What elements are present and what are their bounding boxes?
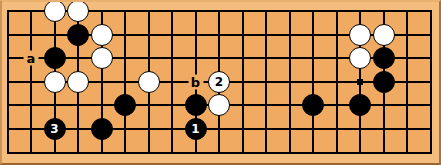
intersection-c12-r6 <box>254 117 278 141</box>
intersection-c1-r3 <box>0 46 19 70</box>
black-stone <box>114 94 136 116</box>
intersection-c16-r7 <box>348 141 372 165</box>
white-stone <box>138 71 160 93</box>
point-label-a: a <box>24 51 39 66</box>
intersection-c14-r1 <box>301 0 325 23</box>
intersection-c10-r5 <box>207 94 231 118</box>
intersection-c19-r7 <box>419 141 441 165</box>
white-stone <box>44 0 66 22</box>
intersection-c13-r6 <box>278 117 302 141</box>
intersection-c13-r1 <box>278 0 302 23</box>
intersection-c1-r2 <box>0 23 19 47</box>
intersection-c19-r1 <box>419 0 441 23</box>
intersection-c12-r7 <box>254 141 278 165</box>
intersection-c11-r2 <box>231 23 255 47</box>
intersection-c16-r5 <box>348 94 372 118</box>
intersection-c11-r1 <box>231 0 255 23</box>
intersection-c3-r3 <box>43 46 67 70</box>
black-stone-move-3: 3 <box>44 118 66 140</box>
go-board-diagram: ab231 <box>0 0 441 165</box>
go-board-grid: ab231 <box>0 0 441 164</box>
black-stone <box>349 94 371 116</box>
intersection-c11-r6 <box>231 117 255 141</box>
intersection-c15-r6 <box>325 117 349 141</box>
intersection-c8-r7 <box>160 141 184 165</box>
white-stone <box>67 0 89 22</box>
intersection-c1-r4 <box>0 70 19 94</box>
intersection-c4-r1 <box>66 0 90 23</box>
intersection-c7-r3 <box>137 46 161 70</box>
intersection-c7-r5 <box>137 94 161 118</box>
black-stone <box>302 94 324 116</box>
intersection-c14-r6 <box>301 117 325 141</box>
intersection-c4-r5 <box>66 94 90 118</box>
intersection-c7-r1 <box>137 0 161 23</box>
intersection-c7-r7 <box>137 141 161 165</box>
intersection-c10-r3 <box>207 46 231 70</box>
black-stone <box>44 47 66 69</box>
intersection-c9-r4: b <box>184 70 208 94</box>
intersection-c6-r4 <box>113 70 137 94</box>
black-stone <box>373 71 395 93</box>
intersection-c14-r3 <box>301 46 325 70</box>
white-stone <box>208 94 230 116</box>
intersection-c2-r1 <box>19 0 43 23</box>
intersection-c19-r5 <box>419 94 441 118</box>
intersection-c18-r2 <box>395 23 419 47</box>
intersection-c10-r2 <box>207 23 231 47</box>
intersection-c14-r4 <box>301 70 325 94</box>
intersection-c15-r2 <box>325 23 349 47</box>
intersection-c10-r6 <box>207 117 231 141</box>
intersection-c13-r5 <box>278 94 302 118</box>
intersection-c3-r6: 3 <box>43 117 67 141</box>
intersection-c6-r2 <box>113 23 137 47</box>
white-stone <box>349 47 371 69</box>
star-point-marker <box>357 79 363 85</box>
intersection-c18-r6 <box>395 117 419 141</box>
intersection-c2-r5 <box>19 94 43 118</box>
intersection-c9-r7 <box>184 141 208 165</box>
intersection-c9-r6: 1 <box>184 117 208 141</box>
intersection-c10-r1 <box>207 0 231 23</box>
white-stone <box>91 24 113 46</box>
intersection-c3-r2 <box>43 23 67 47</box>
intersection-c16-r3 <box>348 46 372 70</box>
intersection-c13-r2 <box>278 23 302 47</box>
intersection-c4-r2 <box>66 23 90 47</box>
intersection-c6-r5 <box>113 94 137 118</box>
intersection-c17-r3 <box>372 46 396 70</box>
intersection-c10-r4: 2 <box>207 70 231 94</box>
intersection-c8-r4 <box>160 70 184 94</box>
intersection-c5-r5 <box>90 94 114 118</box>
intersection-c2-r3: a <box>19 46 43 70</box>
intersection-c18-r5 <box>395 94 419 118</box>
intersection-c16-r2 <box>348 23 372 47</box>
intersection-c16-r6 <box>348 117 372 141</box>
intersection-c17-r7 <box>372 141 396 165</box>
intersection-c17-r6 <box>372 117 396 141</box>
intersection-c12-r3 <box>254 46 278 70</box>
white-stone <box>67 71 89 93</box>
intersection-c18-r7 <box>395 141 419 165</box>
intersection-c8-r6 <box>160 117 184 141</box>
black-stone <box>373 47 395 69</box>
intersection-c5-r7 <box>90 141 114 165</box>
black-stone <box>185 94 207 116</box>
white-stone-move-2: 2 <box>208 71 230 93</box>
intersection-c3-r4 <box>43 70 67 94</box>
intersection-c19-r4 <box>419 70 441 94</box>
intersection-c14-r5 <box>301 94 325 118</box>
intersection-c3-r7 <box>43 141 67 165</box>
intersection-c7-r4 <box>137 70 161 94</box>
intersection-c6-r3 <box>113 46 137 70</box>
intersection-c1-r1 <box>0 0 19 23</box>
intersection-c1-r5 <box>0 94 19 118</box>
intersection-c2-r2 <box>19 23 43 47</box>
black-stone <box>91 118 113 140</box>
intersection-c5-r4 <box>90 70 114 94</box>
intersection-c17-r4 <box>372 70 396 94</box>
intersection-c8-r3 <box>160 46 184 70</box>
intersection-c15-r7 <box>325 141 349 165</box>
intersection-c11-r4 <box>231 70 255 94</box>
white-stone <box>91 47 113 69</box>
intersection-c16-r4 <box>348 70 372 94</box>
intersection-c4-r4 <box>66 70 90 94</box>
intersection-c19-r3 <box>419 46 441 70</box>
intersection-c3-r1 <box>43 0 67 23</box>
intersection-c13-r3 <box>278 46 302 70</box>
intersection-c15-r5 <box>325 94 349 118</box>
intersection-c12-r2 <box>254 23 278 47</box>
intersection-c15-r3 <box>325 46 349 70</box>
intersection-c12-r1 <box>254 0 278 23</box>
white-stone <box>44 71 66 93</box>
black-stone <box>67 24 89 46</box>
intersection-c7-r2 <box>137 23 161 47</box>
intersection-c4-r3 <box>66 46 90 70</box>
intersection-c2-r4 <box>19 70 43 94</box>
intersection-c1-r7 <box>0 141 19 165</box>
intersection-c6-r7 <box>113 141 137 165</box>
intersection-c13-r4 <box>278 70 302 94</box>
intersection-c5-r2 <box>90 23 114 47</box>
intersection-c15-r4 <box>325 70 349 94</box>
intersection-c18-r1 <box>395 0 419 23</box>
intersection-c2-r6 <box>19 117 43 141</box>
intersection-c7-r6 <box>137 117 161 141</box>
intersection-c1-r6 <box>0 117 19 141</box>
intersection-c13-r7 <box>278 141 302 165</box>
black-stone-move-1: 1 <box>185 118 207 140</box>
intersection-c11-r7 <box>231 141 255 165</box>
intersection-c17-r1 <box>372 0 396 23</box>
intersection-c9-r2 <box>184 23 208 47</box>
intersection-c9-r5 <box>184 94 208 118</box>
intersection-c16-r1 <box>348 0 372 23</box>
intersection-c18-r3 <box>395 46 419 70</box>
intersection-c9-r1 <box>184 0 208 23</box>
intersection-c10-r7 <box>207 141 231 165</box>
intersection-c17-r5 <box>372 94 396 118</box>
intersection-c15-r1 <box>325 0 349 23</box>
intersection-c6-r6 <box>113 117 137 141</box>
point-label-b: b <box>188 74 203 89</box>
intersection-c3-r5 <box>43 94 67 118</box>
intersection-c14-r2 <box>301 23 325 47</box>
intersection-c4-r6 <box>66 117 90 141</box>
intersection-c5-r3 <box>90 46 114 70</box>
intersection-c19-r6 <box>419 117 441 141</box>
white-stone <box>349 24 371 46</box>
intersection-c19-r2 <box>419 23 441 47</box>
intersection-c17-r2 <box>372 23 396 47</box>
intersection-c12-r5 <box>254 94 278 118</box>
intersection-c5-r6 <box>90 117 114 141</box>
white-stone <box>373 24 395 46</box>
intersection-c12-r4 <box>254 70 278 94</box>
intersection-c8-r5 <box>160 94 184 118</box>
intersection-c11-r5 <box>231 94 255 118</box>
intersection-c6-r1 <box>113 0 137 23</box>
intersection-c8-r1 <box>160 0 184 23</box>
intersection-c8-r2 <box>160 23 184 47</box>
intersection-c5-r1 <box>90 0 114 23</box>
intersection-c9-r3 <box>184 46 208 70</box>
intersection-c2-r7 <box>19 141 43 165</box>
intersection-c14-r7 <box>301 141 325 165</box>
intersection-c4-r7 <box>66 141 90 165</box>
intersection-c11-r3 <box>231 46 255 70</box>
intersection-c18-r4 <box>395 70 419 94</box>
